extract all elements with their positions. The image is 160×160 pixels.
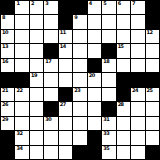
cell-r3c8[interactable] (102, 30, 115, 43)
clue-number-9: 9 (74, 15, 77, 20)
clue-number-16: 16 (2, 59, 8, 64)
cell-r2c10[interactable] (131, 15, 144, 28)
cell-r4c9[interactable]: 15 (117, 44, 130, 57)
black-cell-r2c11 (146, 15, 159, 28)
cell-r5c11[interactable] (146, 59, 159, 72)
black-cell-r7c9 (117, 88, 130, 101)
cell-r7c1[interactable]: 21 (1, 88, 14, 101)
cell-r9c7[interactable] (88, 117, 101, 130)
cell-r11c3[interactable] (30, 146, 43, 159)
clue-number-26: 26 (2, 102, 8, 107)
black-cell-r7c5 (59, 88, 72, 101)
black-cell-r11c6 (73, 146, 86, 159)
cell-r1c2[interactable]: 1 (15, 1, 28, 14)
clue-number-24: 24 (132, 88, 138, 93)
cell-r11c5[interactable] (59, 146, 72, 159)
cell-r3c11[interactable]: 12 (146, 30, 159, 43)
clue-number-25: 25 (147, 88, 153, 93)
cell-r9c9[interactable] (117, 117, 130, 130)
cell-r11c2[interactable]: 34 (15, 146, 28, 159)
clue-number-21: 21 (2, 88, 8, 93)
cell-r11c8[interactable]: 35 (102, 146, 115, 159)
cell-r11c10[interactable] (131, 146, 144, 159)
cell-r7c6[interactable]: 23 (73, 88, 86, 101)
cell-r1c8[interactable]: 5 (102, 1, 115, 14)
clue-number-15: 15 (118, 44, 124, 49)
cell-r1c9[interactable]: 6 (117, 1, 130, 14)
clue-number-13: 13 (2, 44, 8, 49)
clue-number-4: 4 (89, 1, 92, 6)
cell-r10c11[interactable] (146, 131, 159, 144)
cell-r4c1[interactable]: 13 (1, 44, 14, 57)
cell-r1c4[interactable]: 3 (44, 1, 57, 14)
cell-r9c8[interactable]: 31 (102, 117, 115, 130)
clue-number-8: 8 (2, 15, 5, 20)
cell-r2c8[interactable] (102, 15, 115, 28)
cell-r8c2[interactable] (15, 102, 28, 115)
cell-r3c4[interactable] (44, 30, 57, 43)
cell-r7c7[interactable] (88, 88, 101, 101)
cell-r6c8[interactable] (102, 73, 115, 86)
cell-r5c6[interactable] (73, 59, 86, 72)
clue-number-7: 7 (132, 1, 135, 6)
clue-number-27: 27 (60, 102, 66, 107)
cell-r1c3[interactable]: 2 (30, 1, 43, 14)
cell-r2c3[interactable] (30, 15, 43, 28)
cell-r9c10[interactable] (131, 117, 144, 130)
black-cell-r2c5 (59, 15, 72, 28)
black-cell-r10c7 (88, 131, 101, 144)
cell-r8c5[interactable]: 27 (59, 102, 72, 115)
cell-r5c1[interactable]: 16 (1, 59, 14, 72)
black-cell-r11c11 (146, 146, 159, 159)
cell-r6c3[interactable]: 19 (30, 73, 43, 86)
black-cell-r6c10 (131, 73, 144, 86)
cell-r7c2[interactable]: 22 (15, 88, 28, 101)
cell-r7c4[interactable] (44, 88, 57, 101)
clue-number-20: 20 (89, 73, 95, 78)
cell-r3c3[interactable] (30, 30, 43, 43)
cell-r7c11[interactable]: 25 (146, 88, 159, 101)
clue-number-11: 11 (60, 30, 66, 35)
black-cell-r6c1 (1, 73, 14, 86)
cell-r7c3[interactable] (30, 88, 43, 101)
black-cell-r6c11 (146, 73, 159, 86)
cell-r8c10[interactable] (131, 102, 144, 115)
cell-r3c2[interactable] (15, 30, 28, 43)
cell-r4c2[interactable] (15, 44, 28, 57)
cell-r10c2[interactable]: 32 (15, 131, 28, 144)
clue-number-31: 31 (103, 117, 109, 122)
cell-r8c3[interactable] (30, 102, 43, 115)
black-cell-r8c4 (44, 102, 57, 115)
cell-r5c2[interactable] (15, 59, 28, 72)
clue-number-2: 2 (31, 1, 34, 6)
cell-r3c6[interactable] (73, 30, 86, 43)
cell-r6c6[interactable] (73, 73, 86, 86)
clue-number-19: 19 (31, 73, 37, 78)
cell-r9c6[interactable] (73, 117, 86, 130)
cell-r5c10[interactable] (131, 59, 144, 72)
black-cell-r6c2 (15, 73, 28, 86)
cell-r6c7[interactable]: 20 (88, 73, 101, 86)
cell-r2c4[interactable] (44, 15, 57, 28)
clue-number-32: 32 (16, 131, 22, 136)
cell-r8c7[interactable] (88, 102, 101, 115)
cell-r10c6[interactable] (73, 131, 86, 144)
cell-r4c6[interactable] (73, 44, 86, 57)
clue-number-34: 34 (16, 146, 22, 151)
black-cell-r11c1 (1, 146, 14, 159)
clue-number-30: 30 (45, 117, 51, 122)
cell-r2c9[interactable] (117, 15, 130, 28)
cell-r3c5[interactable]: 11 (59, 30, 72, 43)
clue-number-35: 35 (103, 146, 109, 151)
cell-r9c5[interactable] (59, 117, 72, 130)
black-cell-r1c5 (59, 1, 72, 14)
cell-r4c11[interactable] (146, 44, 159, 57)
cell-r1c7[interactable]: 4 (88, 1, 101, 14)
cell-r9c11[interactable] (146, 117, 159, 130)
cell-r7c10[interactable]: 24 (131, 88, 144, 101)
cell-r2c7[interactable] (88, 15, 101, 28)
cell-r4c10[interactable] (131, 44, 144, 57)
cell-r1c10[interactable]: 7 (131, 1, 144, 14)
black-cell-r10c1 (1, 131, 14, 144)
cell-r4c5[interactable]: 14 (59, 44, 72, 57)
cell-r6c4[interactable] (44, 73, 57, 86)
black-cell-r11c7 (88, 146, 101, 159)
cell-r8c6[interactable] (73, 102, 86, 115)
cell-r8c1[interactable]: 26 (1, 102, 14, 115)
clue-number-5: 5 (103, 1, 106, 6)
black-cell-r1c6 (73, 1, 86, 14)
cell-r5c5[interactable] (59, 59, 72, 72)
cell-r3c7[interactable] (88, 30, 101, 43)
clue-number-14: 14 (60, 44, 66, 49)
cell-r11c9[interactable] (117, 146, 130, 159)
cell-r7c8[interactable] (102, 88, 115, 101)
cell-r10c9[interactable] (117, 131, 130, 144)
black-cell-r8c8 (102, 102, 115, 115)
cell-r11c4[interactable] (44, 146, 57, 159)
clue-number-28: 28 (118, 102, 124, 107)
clue-number-3: 3 (45, 1, 48, 6)
black-cell-r4c4 (44, 44, 57, 57)
cell-r5c3[interactable] (30, 59, 43, 72)
clue-number-12: 12 (147, 30, 153, 35)
cell-r2c6[interactable]: 9 (73, 15, 86, 28)
cell-r5c4[interactable]: 17 (44, 59, 57, 72)
cell-r10c8[interactable]: 33 (102, 131, 115, 144)
clue-number-22: 22 (16, 88, 22, 93)
cell-r5c8[interactable]: 18 (102, 59, 115, 72)
black-cell-r6c9 (117, 73, 130, 86)
cell-r9c2[interactable] (15, 117, 28, 130)
cell-r2c1[interactable]: 8 (1, 15, 14, 28)
clue-number-1: 1 (16, 1, 19, 6)
cell-r2c2[interactable] (15, 15, 28, 28)
clue-number-23: 23 (74, 88, 80, 93)
clue-number-29: 29 (2, 117, 8, 122)
cell-r10c4[interactable] (44, 131, 57, 144)
cell-r5c9[interactable] (117, 59, 130, 72)
crossword-grid: 1234567891011121314151617181920212223242… (0, 0, 160, 160)
cell-r4c3[interactable] (30, 44, 43, 57)
cell-r10c5[interactable] (59, 131, 72, 144)
cell-r9c1[interactable]: 29 (1, 117, 14, 130)
cell-r10c10[interactable] (131, 131, 144, 144)
cell-r9c4[interactable]: 30 (44, 117, 57, 130)
cell-r8c11[interactable] (146, 102, 159, 115)
black-cell-r1c1 (1, 1, 14, 14)
cell-r8c9[interactable]: 28 (117, 102, 130, 115)
cell-r4c7[interactable] (88, 44, 101, 57)
clue-number-18: 18 (103, 59, 109, 64)
black-cell-r4c8 (102, 44, 115, 57)
cell-r3c9[interactable] (117, 30, 130, 43)
clue-number-10: 10 (2, 30, 8, 35)
cell-r3c10[interactable] (131, 30, 144, 43)
clue-number-6: 6 (118, 1, 121, 6)
clue-number-33: 33 (103, 131, 109, 136)
cell-r10c3[interactable] (30, 131, 43, 144)
cell-r9c3[interactable] (30, 117, 43, 130)
cell-r6c5[interactable] (59, 73, 72, 86)
black-cell-r5c7 (88, 59, 101, 72)
black-cell-r1c11 (146, 1, 159, 14)
cell-r3c1[interactable]: 10 (1, 30, 14, 43)
clue-number-17: 17 (45, 59, 51, 64)
